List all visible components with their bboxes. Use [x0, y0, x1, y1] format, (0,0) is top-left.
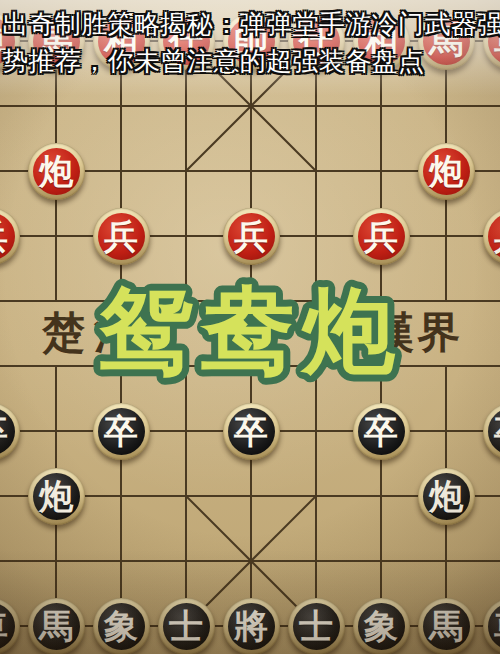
piece-glyph: 炮 [423, 148, 470, 195]
screenshot-root: 楚河 漢界 鸳鸯炮 車馬相仕帥仕相馬車炮炮兵兵兵兵兵卒卒卒卒卒炮炮車馬象士將士象… [0, 0, 500, 654]
piece-glyph: 卒 [0, 408, 15, 455]
piece-glyph: 車 [0, 603, 15, 650]
piece-glyph: 馬 [33, 603, 80, 650]
piece-black-炮[interactable]: 炮 [418, 468, 475, 525]
piece-glyph: 卒 [358, 408, 405, 455]
piece-glyph: 兵 [98, 213, 145, 260]
piece-glyph: 車 [488, 603, 500, 650]
piece-glyph: 卒 [488, 408, 500, 455]
title-line-2: 势推荐，你未曾注意的超强装备盘点 [2, 43, 500, 80]
piece-red-炮[interactable]: 炮 [28, 143, 85, 200]
piece-glyph: 士 [293, 603, 340, 650]
piece-glyph: 象 [358, 603, 405, 650]
piece-glyph: 兵 [0, 213, 15, 260]
piece-glyph: 兵 [488, 213, 500, 260]
piece-black-車[interactable]: 車 [0, 598, 20, 654]
piece-black-卒[interactable]: 卒 [93, 403, 150, 460]
piece-black-馬[interactable]: 馬 [418, 598, 475, 654]
title-overlay: 出奇制胜策略揭秘：弹弹堂手游冷门武器强 势推荐，你未曾注意的超强装备盘点 [2, 6, 500, 80]
piece-black-炮[interactable]: 炮 [28, 468, 85, 525]
piece-glyph: 將 [228, 603, 275, 650]
piece-black-象[interactable]: 象 [93, 598, 150, 654]
piece-red-兵[interactable]: 兵 [223, 208, 280, 265]
piece-black-卒[interactable]: 卒 [353, 403, 410, 460]
title-line-1: 出奇制胜策略揭秘：弹弹堂手游冷门武器强 [2, 6, 500, 43]
piece-red-兵[interactable]: 兵 [353, 208, 410, 265]
piece-glyph: 炮 [423, 473, 470, 520]
piece-red-兵[interactable]: 兵 [93, 208, 150, 265]
xiangqi-board: 楚河 漢界 鸳鸯炮 車馬相仕帥仕相馬車炮炮兵兵兵兵兵卒卒卒卒卒炮炮車馬象士將士象… [0, 0, 500, 654]
piece-glyph: 炮 [33, 473, 80, 520]
piece-black-象[interactable]: 象 [353, 598, 410, 654]
piece-glyph: 炮 [33, 148, 80, 195]
piece-glyph: 卒 [98, 408, 145, 455]
piece-black-士[interactable]: 士 [288, 598, 345, 654]
piece-red-兵[interactable]: 兵 [483, 208, 500, 265]
piece-glyph: 象 [98, 603, 145, 650]
piece-black-卒[interactable]: 卒 [0, 403, 20, 460]
piece-glyph: 卒 [228, 408, 275, 455]
piece-black-士[interactable]: 士 [158, 598, 215, 654]
piece-black-馬[interactable]: 馬 [28, 598, 85, 654]
piece-red-炮[interactable]: 炮 [418, 143, 475, 200]
piece-black-車[interactable]: 車 [483, 598, 500, 654]
pieces-layer: 車馬相仕帥仕相馬車炮炮兵兵兵兵兵卒卒卒卒卒炮炮車馬象士將士象馬車 [0, 0, 500, 654]
piece-glyph: 馬 [423, 603, 470, 650]
piece-glyph: 士 [163, 603, 210, 650]
piece-glyph: 兵 [228, 213, 275, 260]
piece-glyph: 兵 [358, 213, 405, 260]
piece-black-卒[interactable]: 卒 [483, 403, 500, 460]
piece-red-兵[interactable]: 兵 [0, 208, 20, 265]
piece-black-卒[interactable]: 卒 [223, 403, 280, 460]
piece-black-將[interactable]: 將 [223, 598, 280, 654]
